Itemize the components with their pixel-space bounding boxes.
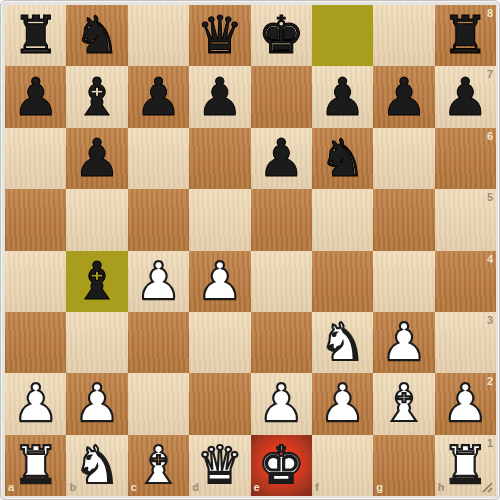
square-c2[interactable]: [128, 373, 189, 434]
square-e1[interactable]: ♚e: [251, 435, 312, 496]
square-b4[interactable]: ♝: [66, 251, 127, 312]
square-c3[interactable]: [128, 312, 189, 373]
square-d3[interactable]: [189, 312, 250, 373]
square-c6[interactable]: [128, 128, 189, 189]
square-h2[interactable]: ♟2: [435, 373, 496, 434]
piece-black-pawn[interactable]: ♟: [74, 128, 121, 189]
square-f7[interactable]: ♟: [312, 66, 373, 127]
file-label-a: a: [8, 482, 14, 493]
file-label-f: f: [315, 482, 319, 493]
piece-white-pawn[interactable]: ♟: [135, 251, 182, 312]
square-h7[interactable]: ♟7: [435, 66, 496, 127]
piece-black-bishop[interactable]: ♝: [74, 251, 121, 312]
square-g3[interactable]: ♟: [373, 312, 434, 373]
rank-label-5: 5: [487, 192, 493, 203]
piece-black-rook[interactable]: ♜: [442, 5, 489, 66]
square-b8[interactable]: ♞: [66, 5, 127, 66]
square-a2[interactable]: ♟: [5, 373, 66, 434]
square-h8[interactable]: ♜8: [435, 5, 496, 66]
square-d8[interactable]: ♛: [189, 5, 250, 66]
piece-black-pawn[interactable]: ♟: [197, 67, 244, 128]
rank-label-7: 7: [487, 69, 493, 80]
square-h6[interactable]: 6: [435, 128, 496, 189]
piece-black-pawn[interactable]: ♟: [135, 67, 182, 128]
square-d4[interactable]: ♟: [189, 251, 250, 312]
square-g2[interactable]: ♝: [373, 373, 434, 434]
square-e7[interactable]: [251, 66, 312, 127]
file-label-h: h: [438, 482, 445, 493]
square-e2[interactable]: ♟: [251, 373, 312, 434]
square-b5[interactable]: [66, 189, 127, 250]
resize-handle[interactable]: [480, 480, 493, 493]
square-f8[interactable]: [312, 5, 373, 66]
piece-white-pawn[interactable]: ♟: [319, 373, 366, 434]
piece-white-rook[interactable]: ♜: [12, 435, 59, 496]
file-label-c: c: [131, 482, 137, 493]
square-d7[interactable]: ♟: [189, 66, 250, 127]
piece-white-pawn[interactable]: ♟: [381, 312, 428, 373]
square-a7[interactable]: ♟: [5, 66, 66, 127]
square-e8[interactable]: ♚: [251, 5, 312, 66]
square-e6[interactable]: ♟: [251, 128, 312, 189]
square-b3[interactable]: [66, 312, 127, 373]
square-e4[interactable]: [251, 251, 312, 312]
file-label-d: d: [192, 482, 199, 493]
piece-white-pawn[interactable]: ♟: [442, 373, 489, 434]
file-label-b: b: [69, 482, 76, 493]
square-a8[interactable]: ♜: [5, 5, 66, 66]
piece-black-pawn[interactable]: ♟: [319, 67, 366, 128]
square-f6[interactable]: ♞: [312, 128, 373, 189]
piece-white-bishop[interactable]: ♝: [381, 373, 428, 434]
square-g4[interactable]: [373, 251, 434, 312]
file-label-e: e: [254, 482, 260, 493]
square-h4[interactable]: 4: [435, 251, 496, 312]
square-g6[interactable]: [373, 128, 434, 189]
piece-white-king[interactable]: ♚: [258, 435, 305, 496]
square-g1[interactable]: g: [373, 435, 434, 496]
square-h3[interactable]: 3: [435, 312, 496, 373]
square-f4[interactable]: [312, 251, 373, 312]
square-a4[interactable]: [5, 251, 66, 312]
piece-black-knight[interactable]: ♞: [319, 128, 366, 189]
square-b6[interactable]: ♟: [66, 128, 127, 189]
square-a5[interactable]: [5, 189, 66, 250]
square-d2[interactable]: [189, 373, 250, 434]
piece-white-knight[interactable]: ♞: [74, 435, 121, 496]
square-c8[interactable]: [128, 5, 189, 66]
rank-label-8: 8: [487, 8, 493, 19]
square-f3[interactable]: ♞: [312, 312, 373, 373]
piece-white-pawn[interactable]: ♟: [258, 373, 305, 434]
piece-white-pawn[interactable]: ♟: [12, 373, 59, 434]
square-a6[interactable]: [5, 128, 66, 189]
square-b7[interactable]: ♝: [66, 66, 127, 127]
piece-black-pawn[interactable]: ♟: [381, 67, 428, 128]
piece-black-rook[interactable]: ♜: [12, 5, 59, 66]
piece-black-queen[interactable]: ♛: [197, 5, 244, 66]
rank-label-3: 3: [487, 315, 493, 326]
piece-white-pawn[interactable]: ♟: [197, 251, 244, 312]
square-e3[interactable]: [251, 312, 312, 373]
square-c1[interactable]: ♝c: [128, 435, 189, 496]
rank-label-1: 1: [487, 438, 493, 449]
square-f5[interactable]: [312, 189, 373, 250]
piece-white-queen[interactable]: ♛: [197, 435, 244, 496]
square-a1[interactable]: ♜a: [5, 435, 66, 496]
square-c7[interactable]: ♟: [128, 66, 189, 127]
square-g7[interactable]: ♟: [373, 66, 434, 127]
piece-white-knight[interactable]: ♞: [319, 312, 366, 373]
square-g5[interactable]: [373, 189, 434, 250]
chess-board: ♜♞♛♚♜8♟♝♟♟♟♟♟7♟♟♞65♝♟♟4♞♟3♟♟♟♟♝♟2♜a♞b♝c♛…: [5, 5, 496, 496]
file-label-g: g: [376, 482, 383, 493]
square-g8[interactable]: [373, 5, 434, 66]
square-h5[interactable]: 5: [435, 189, 496, 250]
chess-board-widget: ♜♞♛♚♜8♟♝♟♟♟♟♟7♟♟♞65♝♟♟4♞♟3♟♟♟♟♝♟2♜a♞b♝c♛…: [0, 0, 500, 500]
piece-black-pawn[interactable]: ♟: [442, 67, 489, 128]
square-a3[interactable]: [5, 312, 66, 373]
piece-black-king[interactable]: ♚: [258, 5, 305, 66]
square-e5[interactable]: [251, 189, 312, 250]
square-d5[interactable]: [189, 189, 250, 250]
square-c5[interactable]: [128, 189, 189, 250]
rank-label-6: 6: [487, 131, 493, 142]
square-b1[interactable]: ♞b: [66, 435, 127, 496]
piece-black-pawn[interactable]: ♟: [258, 128, 305, 189]
piece-white-bishop[interactable]: ♝: [135, 435, 182, 496]
square-c4[interactable]: ♟: [128, 251, 189, 312]
piece-black-pawn[interactable]: ♟: [12, 67, 59, 128]
rank-label-2: 2: [487, 376, 493, 387]
piece-white-pawn[interactable]: ♟: [74, 373, 121, 434]
square-d6[interactable]: [189, 128, 250, 189]
piece-black-bishop[interactable]: ♝: [74, 67, 121, 128]
square-d1[interactable]: ♛d: [189, 435, 250, 496]
rank-label-4: 4: [487, 254, 493, 265]
piece-black-knight[interactable]: ♞: [74, 5, 121, 66]
square-f1[interactable]: f: [312, 435, 373, 496]
square-f2[interactable]: ♟: [312, 373, 373, 434]
square-b2[interactable]: ♟: [66, 373, 127, 434]
